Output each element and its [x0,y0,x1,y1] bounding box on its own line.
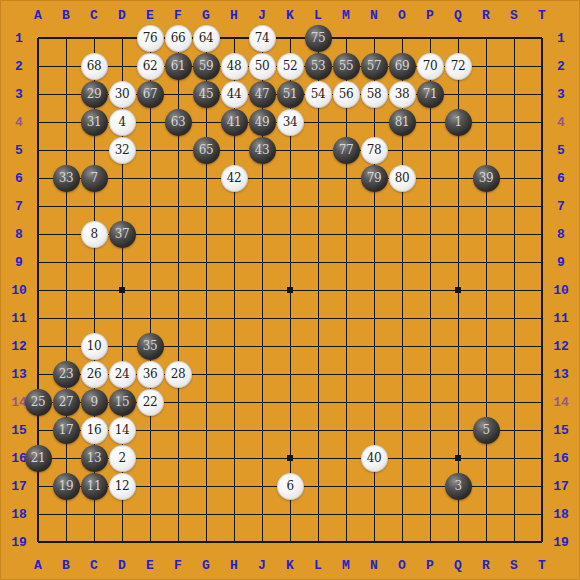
column-label-Q: Q [444,7,472,23]
stone-black-77[interactable]: 77 [333,137,360,164]
column-label-C: C [80,557,108,573]
stone-black-35[interactable]: 35 [137,333,164,360]
column-label-L: L [304,557,332,573]
column-label-T: T [528,557,556,573]
stone-black-27[interactable]: 27 [53,389,80,416]
column-label-B: B [52,7,80,23]
stone-black-15[interactable]: 15 [109,389,136,416]
stone-black-29[interactable]: 29 [81,81,108,108]
stone-black-5[interactable]: 5 [473,417,500,444]
column-label-D: D [108,557,136,573]
stone-white-80[interactable]: 80 [389,165,416,192]
column-label-A: A [24,557,52,573]
stone-white-36[interactable]: 36 [137,361,164,388]
stone-white-42[interactable]: 42 [221,165,248,192]
stone-white-68[interactable]: 68 [81,53,108,80]
column-label-R: R [472,557,500,573]
column-label-M: M [332,7,360,23]
stone-black-63[interactable]: 63 [165,109,192,136]
column-label-B: B [52,557,80,573]
stone-white-10[interactable]: 10 [81,333,108,360]
stone-white-50[interactable]: 50 [249,53,276,80]
stone-white-54[interactable]: 54 [305,81,332,108]
column-label-A: A [24,7,52,23]
stone-white-4[interactable]: 4 [109,109,136,136]
column-label-C: C [80,7,108,23]
stone-black-57[interactable]: 57 [361,53,388,80]
stone-black-65[interactable]: 65 [193,137,220,164]
stone-white-64[interactable]: 64 [193,25,220,52]
column-label-K: K [276,7,304,23]
stone-black-23[interactable]: 23 [53,361,80,388]
stone-white-24[interactable]: 24 [109,361,136,388]
column-label-M: M [332,557,360,573]
stone-white-34[interactable]: 34 [277,109,304,136]
stone-black-59[interactable]: 59 [193,53,220,80]
column-label-F: F [164,557,192,573]
stone-black-19[interactable]: 19 [53,473,80,500]
stone-white-76[interactable]: 76 [137,25,164,52]
column-label-O: O [388,7,416,23]
column-label-R: R [472,7,500,23]
stone-white-32[interactable]: 32 [109,137,136,164]
stone-white-28[interactable]: 28 [165,361,192,388]
column-label-N: N [360,7,388,23]
stone-white-58[interactable]: 58 [361,81,388,108]
stone-black-31[interactable]: 31 [81,109,108,136]
stone-black-41[interactable]: 41 [221,109,248,136]
column-label-H: H [220,7,248,23]
stone-black-25[interactable]: 25 [25,389,52,416]
stone-white-48[interactable]: 48 [221,53,248,80]
column-label-O: O [388,557,416,573]
stone-black-81[interactable]: 81 [389,109,416,136]
column-label-E: E [136,557,164,573]
stone-black-79[interactable]: 79 [361,165,388,192]
stone-black-43[interactable]: 43 [249,137,276,164]
stone-white-70[interactable]: 70 [417,53,444,80]
column-label-P: P [416,7,444,23]
column-label-G: G [192,7,220,23]
stone-white-6[interactable]: 6 [277,473,304,500]
column-label-E: E [136,7,164,23]
stone-black-61[interactable]: 61 [165,53,192,80]
stone-black-75[interactable]: 75 [305,25,332,52]
stone-white-66[interactable]: 66 [165,25,192,52]
column-label-P: P [416,557,444,573]
go-board[interactable]: ABCDEFGHJKLMNOPQRST ABCDEFGHJKLMNOPQRST … [0,0,580,580]
stone-black-45[interactable]: 45 [193,81,220,108]
column-label-S: S [500,557,528,573]
stone-black-71[interactable]: 71 [417,81,444,108]
stone-black-67[interactable]: 67 [137,81,164,108]
stone-white-2[interactable]: 2 [109,445,136,472]
stone-black-51[interactable]: 51 [277,81,304,108]
stone-black-11[interactable]: 11 [81,473,108,500]
stone-white-74[interactable]: 74 [249,25,276,52]
stone-white-52[interactable]: 52 [277,53,304,80]
stone-black-21[interactable]: 21 [25,445,52,472]
column-label-N: N [360,557,388,573]
column-labels-top: ABCDEFGHJKLMNOPQRST [24,7,556,23]
stone-white-26[interactable]: 26 [81,361,108,388]
stone-black-69[interactable]: 69 [389,53,416,80]
stone-black-9[interactable]: 9 [81,389,108,416]
stone-black-37[interactable]: 37 [109,221,136,248]
column-label-T: T [528,7,556,23]
column-label-G: G [192,557,220,573]
stone-black-53[interactable]: 53 [305,53,332,80]
column-label-H: H [220,557,248,573]
stone-white-56[interactable]: 56 [333,81,360,108]
stone-black-47[interactable]: 47 [249,81,276,108]
stone-white-62[interactable]: 62 [137,53,164,80]
column-label-D: D [108,7,136,23]
column-labels-bottom: ABCDEFGHJKLMNOPQRST [24,557,556,573]
stone-white-72[interactable]: 72 [445,53,472,80]
column-label-L: L [304,7,332,23]
stone-black-13[interactable]: 13 [81,445,108,472]
stone-black-7[interactable]: 7 [81,165,108,192]
stone-white-14[interactable]: 14 [109,417,136,444]
column-label-J: J [248,7,276,23]
stone-white-78[interactable]: 78 [361,137,388,164]
stone-black-49[interactable]: 49 [249,109,276,136]
stones-layer: 1234567891011121314151617192122232425262… [24,24,556,556]
stone-black-17[interactable]: 17 [53,417,80,444]
stone-white-22[interactable]: 22 [137,389,164,416]
stone-black-55[interactable]: 55 [333,53,360,80]
stone-black-1[interactable]: 1 [445,109,472,136]
stone-black-39[interactable]: 39 [473,165,500,192]
stone-black-3[interactable]: 3 [445,473,472,500]
column-label-Q: Q [444,557,472,573]
column-label-F: F [164,7,192,23]
stone-white-44[interactable]: 44 [221,81,248,108]
stone-white-30[interactable]: 30 [109,81,136,108]
column-label-J: J [248,557,276,573]
stone-white-40[interactable]: 40 [361,445,388,472]
stone-white-16[interactable]: 16 [81,417,108,444]
stone-white-8[interactable]: 8 [81,221,108,248]
column-label-S: S [500,7,528,23]
stone-white-38[interactable]: 38 [389,81,416,108]
column-label-K: K [276,557,304,573]
stone-black-33[interactable]: 33 [53,165,80,192]
stone-white-12[interactable]: 12 [109,473,136,500]
